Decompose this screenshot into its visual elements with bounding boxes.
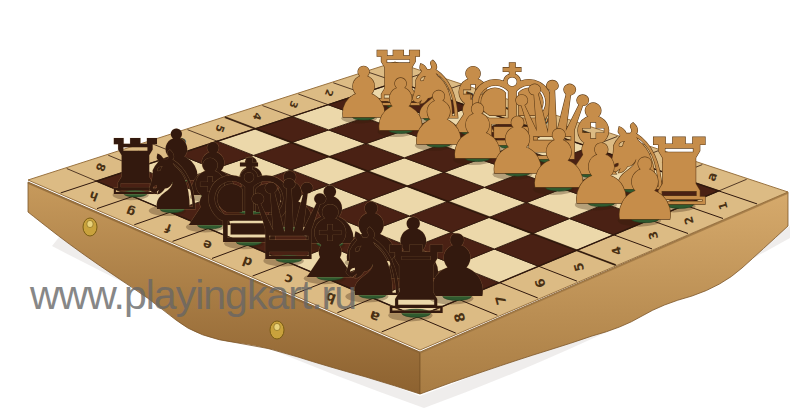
- brass-clasp-detail: [274, 323, 280, 330]
- black-rook-a8: ♜: [374, 226, 458, 335]
- chess-board: aabbccddeeffgghh8877665544332211♜♟♞♟♝♟♚♟…: [0, 0, 798, 416]
- brass-clasp-detail: [87, 220, 93, 227]
- white-pawn-a2: ♟: [607, 140, 683, 239]
- chess-set-photo-scene: aabbccddeeffgghh8877665544332211♜♟♞♟♝♟♚♟…: [0, 0, 798, 416]
